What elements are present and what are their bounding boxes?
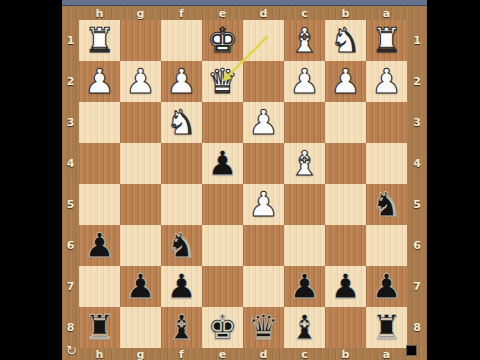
- white-king-e1[interactable]: ♚: [207, 20, 237, 61]
- square-g6[interactable]: [120, 225, 161, 266]
- square-a4[interactable]: [366, 143, 407, 184]
- rank-label-7: 7: [407, 266, 427, 307]
- square-d6[interactable]: [243, 225, 284, 266]
- white-pawn-f2[interactable]: ♟: [166, 61, 196, 102]
- square-h5[interactable]: [79, 184, 120, 225]
- square-f3[interactable]: ♞: [161, 102, 202, 143]
- white-pawn-h2[interactable]: ♟: [84, 61, 114, 102]
- square-b3[interactable]: [325, 102, 366, 143]
- rank-label-8: 8: [62, 307, 79, 348]
- white-pawn-d3[interactable]: ♟: [248, 102, 278, 143]
- black-king-e8[interactable]: ♚: [207, 307, 237, 348]
- side-to-move-indicator: [406, 345, 417, 356]
- square-g7[interactable]: ♟: [120, 266, 161, 307]
- file-label-d: d: [243, 6, 284, 20]
- file-label-h: h: [79, 6, 120, 20]
- square-b6[interactable]: [325, 225, 366, 266]
- rank-label-3: 3: [62, 102, 79, 143]
- file-label-f: f: [161, 6, 202, 20]
- square-e4[interactable]: ♟: [202, 143, 243, 184]
- square-g5[interactable]: [120, 184, 161, 225]
- white-rook-a1[interactable]: ♜: [371, 20, 401, 61]
- white-rook-h1[interactable]: ♜: [84, 20, 114, 61]
- square-a6[interactable]: [366, 225, 407, 266]
- square-d3[interactable]: ♟: [243, 102, 284, 143]
- rank-label-5: 5: [62, 184, 79, 225]
- square-c7[interactable]: ♟: [284, 266, 325, 307]
- square-d7[interactable]: [243, 266, 284, 307]
- black-pawn-h6[interactable]: ♟: [84, 225, 114, 266]
- black-knight-f6[interactable]: ♞: [166, 225, 196, 266]
- black-rook-h8[interactable]: ♜: [84, 307, 114, 348]
- square-h7[interactable]: [79, 266, 120, 307]
- rank-labels-left: 12345678: [62, 20, 79, 348]
- rank-label-4: 4: [407, 143, 427, 184]
- file-label-c: c: [284, 348, 325, 360]
- square-a2[interactable]: ♟: [366, 61, 407, 102]
- file-label-e: e: [202, 348, 243, 360]
- square-b7[interactable]: ♟: [325, 266, 366, 307]
- square-a8[interactable]: ♜: [366, 307, 407, 348]
- square-b1[interactable]: ♞: [325, 20, 366, 61]
- square-b4[interactable]: [325, 143, 366, 184]
- rank-label-1: 1: [62, 20, 79, 61]
- square-c2[interactable]: ♟: [284, 61, 325, 102]
- square-e1[interactable]: ♚: [202, 20, 243, 61]
- rank-label-8: 8: [407, 307, 427, 348]
- black-pawn-f7[interactable]: ♟: [166, 266, 196, 307]
- white-knight-f3[interactable]: ♞: [166, 102, 196, 143]
- rank-label-3: 3: [407, 102, 427, 143]
- black-pawn-a7[interactable]: ♟: [371, 266, 401, 307]
- chess-board: ♜♚♝♞♜♟♟♟♛♟♟♟♞♟♟♝♟♞♟♞♟♟♟♟♟♜♝♚♛♝♜: [79, 20, 407, 348]
- flip-board-icon[interactable]: ↻: [64, 344, 79, 358]
- square-g3[interactable]: [120, 102, 161, 143]
- square-h8[interactable]: ♜: [79, 307, 120, 348]
- square-f7[interactable]: ♟: [161, 266, 202, 307]
- square-h4[interactable]: [79, 143, 120, 184]
- file-labels-top: hgfedcba: [79, 6, 407, 20]
- square-f1[interactable]: [161, 20, 202, 61]
- black-queen-d8[interactable]: ♛: [248, 307, 278, 348]
- square-d8[interactable]: ♛: [243, 307, 284, 348]
- black-knight-a5[interactable]: ♞: [371, 184, 401, 225]
- file-label-g: g: [120, 348, 161, 360]
- file-label-b: b: [325, 6, 366, 20]
- square-a7[interactable]: ♟: [366, 266, 407, 307]
- white-pawn-d5[interactable]: ♟: [248, 184, 278, 225]
- white-pawn-g2[interactable]: ♟: [125, 61, 155, 102]
- square-e2[interactable]: ♛: [202, 61, 243, 102]
- square-h6[interactable]: ♟: [79, 225, 120, 266]
- white-knight-b1[interactable]: ♞: [330, 20, 360, 61]
- white-pawn-a2[interactable]: ♟: [371, 61, 401, 102]
- square-b5[interactable]: [325, 184, 366, 225]
- file-label-a: a: [366, 348, 407, 360]
- file-label-b: b: [325, 348, 366, 360]
- rank-labels-right: 12345678: [407, 20, 427, 348]
- square-g4[interactable]: [120, 143, 161, 184]
- square-f8[interactable]: ♝: [161, 307, 202, 348]
- white-pawn-c2[interactable]: ♟: [289, 61, 319, 102]
- square-g2[interactable]: ♟: [120, 61, 161, 102]
- file-label-d: d: [243, 348, 284, 360]
- square-b8[interactable]: [325, 307, 366, 348]
- rank-label-6: 6: [62, 225, 79, 266]
- file-label-c: c: [284, 6, 325, 20]
- square-g1[interactable]: [120, 20, 161, 61]
- square-e3[interactable]: [202, 102, 243, 143]
- file-label-e: e: [202, 6, 243, 20]
- rank-label-2: 2: [62, 61, 79, 102]
- file-labels-bottom: hgfedcba: [79, 348, 407, 360]
- file-label-a: a: [366, 6, 407, 20]
- black-pawn-b7[interactable]: ♟: [330, 266, 360, 307]
- black-rook-a8[interactable]: ♜: [371, 307, 401, 348]
- square-c6[interactable]: [284, 225, 325, 266]
- black-pawn-e4[interactable]: ♟: [207, 143, 237, 184]
- black-pawn-g7[interactable]: ♟: [125, 266, 155, 307]
- square-c8[interactable]: ♝: [284, 307, 325, 348]
- black-bishop-c8[interactable]: ♝: [289, 307, 319, 348]
- square-f2[interactable]: ♟: [161, 61, 202, 102]
- white-queen-e2[interactable]: ♛: [207, 61, 237, 102]
- square-c3[interactable]: [284, 102, 325, 143]
- rank-label-4: 4: [62, 143, 79, 184]
- square-e8[interactable]: ♚: [202, 307, 243, 348]
- square-e5[interactable]: [202, 184, 243, 225]
- file-label-h: h: [79, 348, 120, 360]
- square-d1[interactable]: [243, 20, 284, 61]
- square-c5[interactable]: [284, 184, 325, 225]
- rank-label-7: 7: [62, 266, 79, 307]
- black-pawn-c7[interactable]: ♟: [289, 266, 319, 307]
- rank-label-2: 2: [407, 61, 427, 102]
- rank-label-5: 5: [407, 184, 427, 225]
- square-e7[interactable]: [202, 266, 243, 307]
- square-b2[interactable]: ♟: [325, 61, 366, 102]
- file-label-g: g: [120, 6, 161, 20]
- square-c4[interactable]: ♝: [284, 143, 325, 184]
- square-h1[interactable]: ♜: [79, 20, 120, 61]
- square-f5[interactable]: [161, 184, 202, 225]
- square-a5[interactable]: ♞: [366, 184, 407, 225]
- square-e6[interactable]: [202, 225, 243, 266]
- square-a1[interactable]: ♜: [366, 20, 407, 61]
- black-bishop-f8[interactable]: ♝: [166, 307, 196, 348]
- square-a3[interactable]: [366, 102, 407, 143]
- square-d2[interactable]: [243, 61, 284, 102]
- square-h2[interactable]: ♟: [79, 61, 120, 102]
- chess-board-frame: hgfedcba 12345678 ♜♚♝♞♜♟♟♟♛♟♟♟♞♟♟♝♟♞♟♞♟♟…: [62, 0, 427, 360]
- video-frame: hgfedcba 12345678 ♜♚♝♞♜♟♟♟♛♟♟♟♞♟♟♝♟♞♟♞♟♟…: [0, 0, 480, 360]
- square-c1[interactable]: ♝: [284, 20, 325, 61]
- square-g8[interactable]: [120, 307, 161, 348]
- square-d5[interactable]: ♟: [243, 184, 284, 225]
- rank-label-1: 1: [407, 20, 427, 61]
- square-f4[interactable]: [161, 143, 202, 184]
- white-bishop-c1[interactable]: ♝: [289, 20, 319, 61]
- white-bishop-c4[interactable]: ♝: [289, 143, 319, 184]
- file-label-f: f: [161, 348, 202, 360]
- rank-label-6: 6: [407, 225, 427, 266]
- square-f6[interactable]: ♞: [161, 225, 202, 266]
- square-h3[interactable]: [79, 102, 120, 143]
- square-d4[interactable]: [243, 143, 284, 184]
- white-pawn-b2[interactable]: ♟: [330, 61, 360, 102]
